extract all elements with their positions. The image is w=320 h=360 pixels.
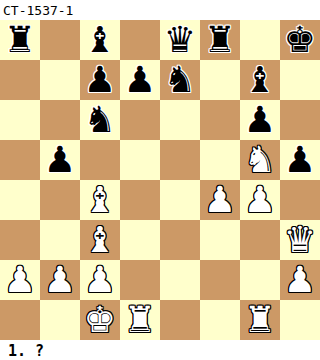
piece-black-knight: ♞ — [84, 100, 116, 140]
square-e8[interactable]: ♛ — [160, 20, 200, 60]
chess-board: ♜♝♛♜♚♟♟♞♝♞♟♟♞♟♝♟♟♝♛♟♟♟♟♚♜♜ — [0, 20, 320, 340]
square-d7[interactable]: ♟ — [120, 60, 160, 100]
square-c7[interactable]: ♟ — [80, 60, 120, 100]
square-e4[interactable] — [160, 180, 200, 220]
square-e3[interactable] — [160, 220, 200, 260]
square-b7[interactable] — [40, 60, 80, 100]
piece-white-bishop: ♝ — [84, 180, 116, 220]
piece-white-pawn: ♟ — [284, 260, 316, 300]
square-h1[interactable] — [280, 300, 320, 340]
square-d4[interactable] — [120, 180, 160, 220]
piece-white-pawn: ♟ — [44, 260, 76, 300]
square-h3[interactable]: ♛ — [280, 220, 320, 260]
square-f3[interactable] — [200, 220, 240, 260]
piece-white-rook: ♜ — [124, 300, 156, 340]
square-f4[interactable]: ♟ — [200, 180, 240, 220]
piece-white-bishop: ♝ — [84, 220, 116, 260]
piece-black-pawn: ♟ — [44, 140, 76, 180]
puzzle-id: CT-1537-1 — [0, 0, 320, 20]
piece-white-pawn: ♟ — [4, 260, 36, 300]
square-d6[interactable] — [120, 100, 160, 140]
square-c1[interactable]: ♚ — [80, 300, 120, 340]
square-f1[interactable] — [200, 300, 240, 340]
square-f5[interactable] — [200, 140, 240, 180]
piece-white-pawn: ♟ — [84, 260, 116, 300]
piece-white-queen: ♛ — [284, 220, 316, 260]
square-b3[interactable] — [40, 220, 80, 260]
square-f6[interactable] — [200, 100, 240, 140]
piece-black-rook: ♜ — [4, 20, 36, 60]
square-h7[interactable] — [280, 60, 320, 100]
chess-puzzle-page: CT-1537-1 ♜♝♛♜♚♟♟♞♝♞♟♟♞♟♝♟♟♝♛♟♟♟♟♚♜♜ 1. … — [0, 0, 320, 360]
piece-white-knight: ♞ — [244, 140, 276, 180]
square-g8[interactable] — [240, 20, 280, 60]
square-d5[interactable] — [120, 140, 160, 180]
piece-white-pawn: ♟ — [244, 180, 276, 220]
square-h8[interactable]: ♚ — [280, 20, 320, 60]
piece-black-king: ♚ — [284, 20, 316, 60]
square-e6[interactable] — [160, 100, 200, 140]
square-e2[interactable] — [160, 260, 200, 300]
move-prompt: 1. ? — [0, 340, 320, 360]
square-g5[interactable]: ♞ — [240, 140, 280, 180]
piece-black-pawn: ♟ — [284, 140, 316, 180]
piece-black-pawn: ♟ — [84, 60, 116, 100]
square-b8[interactable] — [40, 20, 80, 60]
square-c8[interactable]: ♝ — [80, 20, 120, 60]
square-g6[interactable]: ♟ — [240, 100, 280, 140]
square-g2[interactable] — [240, 260, 280, 300]
square-e5[interactable] — [160, 140, 200, 180]
square-a3[interactable] — [0, 220, 40, 260]
square-f8[interactable]: ♜ — [200, 20, 240, 60]
square-a2[interactable]: ♟ — [0, 260, 40, 300]
square-b2[interactable]: ♟ — [40, 260, 80, 300]
square-d1[interactable]: ♜ — [120, 300, 160, 340]
square-a4[interactable] — [0, 180, 40, 220]
square-g3[interactable] — [240, 220, 280, 260]
piece-white-pawn: ♟ — [204, 180, 236, 220]
square-b6[interactable] — [40, 100, 80, 140]
square-g7[interactable]: ♝ — [240, 60, 280, 100]
square-d3[interactable] — [120, 220, 160, 260]
square-g4[interactable]: ♟ — [240, 180, 280, 220]
piece-black-pawn: ♟ — [124, 60, 156, 100]
square-b1[interactable] — [40, 300, 80, 340]
square-h6[interactable] — [280, 100, 320, 140]
square-g1[interactable]: ♜ — [240, 300, 280, 340]
square-f2[interactable] — [200, 260, 240, 300]
piece-white-rook: ♜ — [244, 300, 276, 340]
piece-black-pawn: ♟ — [244, 100, 276, 140]
square-b4[interactable] — [40, 180, 80, 220]
square-f7[interactable] — [200, 60, 240, 100]
square-a8[interactable]: ♜ — [0, 20, 40, 60]
square-e1[interactable] — [160, 300, 200, 340]
square-c5[interactable] — [80, 140, 120, 180]
square-c3[interactable]: ♝ — [80, 220, 120, 260]
piece-white-king: ♚ — [84, 300, 116, 340]
square-h2[interactable]: ♟ — [280, 260, 320, 300]
square-c2[interactable]: ♟ — [80, 260, 120, 300]
square-a1[interactable] — [0, 300, 40, 340]
piece-black-bishop: ♝ — [84, 20, 116, 60]
piece-black-rook: ♜ — [204, 20, 236, 60]
square-d2[interactable] — [120, 260, 160, 300]
square-b5[interactable]: ♟ — [40, 140, 80, 180]
square-c6[interactable]: ♞ — [80, 100, 120, 140]
square-h4[interactable] — [280, 180, 320, 220]
square-h5[interactable]: ♟ — [280, 140, 320, 180]
piece-black-queen: ♛ — [164, 20, 196, 60]
square-a6[interactable] — [0, 100, 40, 140]
square-a5[interactable] — [0, 140, 40, 180]
square-a7[interactable] — [0, 60, 40, 100]
square-e7[interactable]: ♞ — [160, 60, 200, 100]
piece-black-knight: ♞ — [164, 60, 196, 100]
piece-black-bishop: ♝ — [244, 60, 276, 100]
square-d8[interactable] — [120, 20, 160, 60]
square-c4[interactable]: ♝ — [80, 180, 120, 220]
